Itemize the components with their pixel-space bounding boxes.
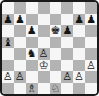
square-e7[interactable] <box>50 14 62 26</box>
square-c4[interactable]: ♞ <box>26 48 38 60</box>
square-g6[interactable] <box>73 25 85 37</box>
piece-black-pawn: ♟ <box>15 13 25 24</box>
square-e8[interactable] <box>50 2 62 14</box>
square-a5[interactable]: ♝ <box>2 37 14 49</box>
square-d1[interactable] <box>38 83 50 95</box>
piece-black-pawn: ♟ <box>27 25 37 36</box>
square-h5[interactable] <box>85 37 97 49</box>
square-a4[interactable] <box>2 48 14 60</box>
piece-white-pawn: ♙ <box>86 59 96 70</box>
square-f8[interactable] <box>61 2 73 14</box>
square-d5[interactable] <box>38 37 50 49</box>
piece-black-pawn: ♟ <box>3 13 13 24</box>
piece-black-king: ♚ <box>51 25 61 36</box>
square-g1[interactable] <box>73 83 85 95</box>
square-d6[interactable] <box>38 25 50 37</box>
square-b5[interactable] <box>14 37 26 49</box>
square-d2[interactable] <box>38 71 50 83</box>
square-f2[interactable]: ♙ <box>61 71 73 83</box>
square-d4[interactable]: ♙ <box>38 48 50 60</box>
piece-black-knight: ♞ <box>27 48 37 59</box>
square-g3[interactable] <box>73 60 85 72</box>
square-c7[interactable] <box>26 14 38 26</box>
piece-white-king: ♔ <box>39 59 49 70</box>
square-c2[interactable] <box>26 71 38 83</box>
square-h7[interactable]: ♟ <box>85 14 97 26</box>
square-e5[interactable] <box>50 37 62 49</box>
square-d3[interactable]: ♔ <box>38 60 50 72</box>
piece-white-bishop: ♗ <box>27 82 37 93</box>
square-h3[interactable]: ♙ <box>85 60 97 72</box>
square-h8[interactable] <box>85 2 97 14</box>
square-e2[interactable] <box>50 71 62 83</box>
square-f6[interactable]: ♟ <box>61 25 73 37</box>
square-e4[interactable] <box>50 48 62 60</box>
piece-white-pawn: ♙ <box>62 71 72 82</box>
square-a2[interactable]: ♙ <box>2 71 14 83</box>
piece-black-bishop: ♝ <box>3 36 13 47</box>
square-f4[interactable] <box>61 48 73 60</box>
square-f1[interactable] <box>61 83 73 95</box>
square-c1[interactable]: ♗ <box>26 83 38 95</box>
square-e3[interactable] <box>50 60 62 72</box>
square-a8[interactable] <box>2 2 14 14</box>
board-grid: ♟♟♟♟♟♚♟♝♞♙♔♙♙♙♙♙♗♘ <box>2 2 97 94</box>
square-f3[interactable] <box>61 60 73 72</box>
square-h1[interactable] <box>85 83 97 95</box>
square-a1[interactable] <box>2 83 14 95</box>
square-f7[interactable] <box>61 14 73 26</box>
square-c3[interactable] <box>26 60 38 72</box>
chess-board: ♟♟♟♟♟♚♟♝♞♙♔♙♙♙♙♙♗♘ <box>0 0 99 96</box>
square-c5[interactable] <box>26 37 38 49</box>
square-a6[interactable] <box>2 25 14 37</box>
piece-white-pawn: ♙ <box>39 48 49 59</box>
square-b7[interactable]: ♟ <box>14 14 26 26</box>
square-d7[interactable] <box>38 14 50 26</box>
piece-white-knight: ♘ <box>51 82 61 93</box>
square-d8[interactable] <box>38 2 50 14</box>
piece-white-pawn: ♙ <box>3 71 13 82</box>
square-g5[interactable] <box>73 37 85 49</box>
square-g2[interactable]: ♙ <box>73 71 85 83</box>
square-f5[interactable] <box>61 37 73 49</box>
piece-white-pawn: ♙ <box>15 71 25 82</box>
square-b3[interactable] <box>14 60 26 72</box>
piece-black-pawn: ♟ <box>74 13 84 24</box>
square-a7[interactable]: ♟ <box>2 14 14 26</box>
square-e6[interactable]: ♚ <box>50 25 62 37</box>
square-h6[interactable] <box>85 25 97 37</box>
square-b6[interactable] <box>14 25 26 37</box>
square-a3[interactable] <box>2 60 14 72</box>
piece-white-pawn: ♙ <box>74 71 84 82</box>
square-g7[interactable]: ♟ <box>73 14 85 26</box>
square-h4[interactable] <box>85 48 97 60</box>
square-b2[interactable]: ♙ <box>14 71 26 83</box>
square-h2[interactable] <box>85 71 97 83</box>
square-g8[interactable] <box>73 2 85 14</box>
piece-black-pawn: ♟ <box>62 25 72 36</box>
square-g4[interactable] <box>73 48 85 60</box>
square-c8[interactable] <box>26 2 38 14</box>
piece-black-pawn: ♟ <box>86 13 96 24</box>
square-c6[interactable]: ♟ <box>26 25 38 37</box>
square-e1[interactable]: ♘ <box>50 83 62 95</box>
square-b4[interactable] <box>14 48 26 60</box>
square-b8[interactable] <box>14 2 26 14</box>
square-b1[interactable] <box>14 83 26 95</box>
